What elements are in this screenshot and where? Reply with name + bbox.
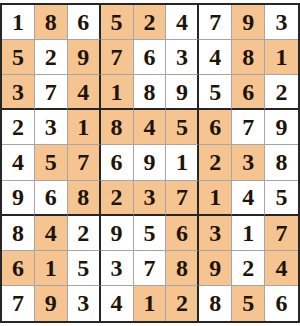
cell-r5c6[interactable]: 1	[166, 145, 199, 180]
cell-r4c2[interactable]: 3	[35, 110, 68, 145]
cell-r9c2[interactable]: 9	[35, 286, 68, 321]
cell-r9c1[interactable]: 7	[2, 286, 35, 321]
cell-r6c8[interactable]: 4	[232, 181, 265, 216]
cell-r2c6[interactable]: 3	[166, 40, 199, 75]
cell-r3c2[interactable]: 7	[35, 75, 68, 110]
cell-r9c7[interactable]: 8	[199, 286, 232, 321]
cell-r1c2[interactable]: 8	[35, 5, 68, 40]
cell-r8c5[interactable]: 7	[134, 251, 167, 286]
cell-r1c8[interactable]: 9	[232, 5, 265, 40]
cell-r9c4[interactable]: 4	[101, 286, 134, 321]
cell-r1c6[interactable]: 4	[166, 5, 199, 40]
cell-r6c6[interactable]: 7	[166, 181, 199, 216]
cell-r4c5[interactable]: 4	[134, 110, 167, 145]
cell-r1c7[interactable]: 7	[199, 5, 232, 40]
cell-r4c4[interactable]: 8	[101, 110, 134, 145]
cell-r4c9[interactable]: 9	[265, 110, 298, 145]
cell-r7c3[interactable]: 2	[68, 216, 101, 251]
cell-r1c3[interactable]: 6	[68, 5, 101, 40]
cell-r5c3[interactable]: 7	[68, 145, 101, 180]
cell-r9c8[interactable]: 5	[232, 286, 265, 321]
cell-r8c8[interactable]: 2	[232, 251, 265, 286]
cell-r5c8[interactable]: 3	[232, 145, 265, 180]
sudoku-page: 1865247935297634813741895622318456794576…	[0, 0, 300, 326]
cell-r6c1[interactable]: 9	[2, 181, 35, 216]
cell-r8c3[interactable]: 5	[68, 251, 101, 286]
cell-r6c5[interactable]: 3	[134, 181, 167, 216]
cell-r2c2[interactable]: 2	[35, 40, 68, 75]
cell-r6c9[interactable]: 5	[265, 181, 298, 216]
cell-r2c4[interactable]: 7	[101, 40, 134, 75]
cell-r7c2[interactable]: 4	[35, 216, 68, 251]
cell-r7c6[interactable]: 6	[166, 216, 199, 251]
cell-r3c6[interactable]: 9	[166, 75, 199, 110]
cell-r8c2[interactable]: 1	[35, 251, 68, 286]
cell-r1c9[interactable]: 3	[265, 5, 298, 40]
cell-r4c1[interactable]: 2	[2, 110, 35, 145]
cell-r6c7[interactable]: 1	[199, 181, 232, 216]
cell-r8c9[interactable]: 4	[265, 251, 298, 286]
cell-r6c3[interactable]: 8	[68, 181, 101, 216]
cell-r5c1[interactable]: 4	[2, 145, 35, 180]
cell-r3c3[interactable]: 4	[68, 75, 101, 110]
cell-r3c4[interactable]: 1	[101, 75, 134, 110]
cell-r9c9[interactable]: 6	[265, 286, 298, 321]
cell-r9c3[interactable]: 3	[68, 286, 101, 321]
cell-r8c1[interactable]: 6	[2, 251, 35, 286]
cell-r6c4[interactable]: 2	[101, 181, 134, 216]
cell-r4c6[interactable]: 5	[166, 110, 199, 145]
cell-r2c3[interactable]: 9	[68, 40, 101, 75]
cell-r3c8[interactable]: 6	[232, 75, 265, 110]
cell-r7c9[interactable]: 7	[265, 216, 298, 251]
cell-r1c4[interactable]: 5	[101, 5, 134, 40]
cell-r2c7[interactable]: 4	[199, 40, 232, 75]
cell-r7c4[interactable]: 9	[101, 216, 134, 251]
sudoku-board: 1865247935297634813741895622318456794576…	[0, 3, 300, 323]
cell-r7c8[interactable]: 1	[232, 216, 265, 251]
cell-r3c9[interactable]: 2	[265, 75, 298, 110]
cell-r3c7[interactable]: 5	[199, 75, 232, 110]
cell-r1c1[interactable]: 1	[2, 5, 35, 40]
cell-r4c3[interactable]: 1	[68, 110, 101, 145]
cell-r6c2[interactable]: 6	[35, 181, 68, 216]
cell-r3c1[interactable]: 3	[2, 75, 35, 110]
cell-r7c5[interactable]: 5	[134, 216, 167, 251]
cell-r4c7[interactable]: 6	[199, 110, 232, 145]
cell-r9c6[interactable]: 2	[166, 286, 199, 321]
cell-r5c4[interactable]: 6	[101, 145, 134, 180]
cell-r8c7[interactable]: 9	[199, 251, 232, 286]
cell-r2c5[interactable]: 6	[134, 40, 167, 75]
cell-r4c8[interactable]: 7	[232, 110, 265, 145]
cell-r2c1[interactable]: 5	[2, 40, 35, 75]
cell-r1c5[interactable]: 2	[134, 5, 167, 40]
cell-r2c9[interactable]: 1	[265, 40, 298, 75]
cell-r5c2[interactable]: 5	[35, 145, 68, 180]
cell-r8c6[interactable]: 8	[166, 251, 199, 286]
cell-r8c4[interactable]: 3	[101, 251, 134, 286]
cell-r7c7[interactable]: 3	[199, 216, 232, 251]
cell-r9c5[interactable]: 1	[134, 286, 167, 321]
cell-r5c7[interactable]: 2	[199, 145, 232, 180]
cell-r7c1[interactable]: 8	[2, 216, 35, 251]
cell-r5c9[interactable]: 8	[265, 145, 298, 180]
cell-r3c5[interactable]: 8	[134, 75, 167, 110]
cell-r2c8[interactable]: 8	[232, 40, 265, 75]
cell-r5c5[interactable]: 9	[134, 145, 167, 180]
